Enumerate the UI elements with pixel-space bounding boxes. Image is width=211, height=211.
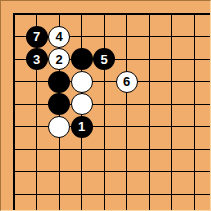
black-stone-move-1: 1 bbox=[71, 116, 93, 138]
white-stone-move-2: 2 bbox=[48, 48, 70, 70]
go-board: 7432561 bbox=[0, 0, 211, 211]
stones-grid: 7432561 bbox=[3, 3, 206, 206]
black-stone-move-5: 5 bbox=[93, 48, 115, 70]
intersection-c4-r5 bbox=[70, 93, 93, 116]
black-stone bbox=[48, 71, 70, 93]
black-stone-move-7: 7 bbox=[26, 26, 48, 48]
intersection-c5-r3: 5 bbox=[93, 48, 116, 71]
intersection-c3-r3: 2 bbox=[48, 48, 71, 71]
intersection-c4-r6: 1 bbox=[70, 115, 93, 138]
white-stone bbox=[71, 71, 93, 93]
intersection-c3-r4 bbox=[48, 70, 71, 93]
black-stone bbox=[48, 93, 70, 115]
intersection-c3-r2: 4 bbox=[48, 25, 71, 48]
white-stone-move-4: 4 bbox=[48, 26, 70, 48]
intersection-c2-r2: 7 bbox=[25, 25, 48, 48]
white-stone-move-6: 6 bbox=[116, 71, 138, 93]
black-stone-move-3: 3 bbox=[26, 48, 48, 70]
intersection-c3-r6 bbox=[48, 115, 71, 138]
intersection-c4-r4 bbox=[70, 70, 93, 93]
intersection-c3-r5 bbox=[48, 93, 71, 116]
black-stone bbox=[71, 48, 93, 70]
white-stone bbox=[48, 116, 70, 138]
intersection-c6-r4: 6 bbox=[115, 70, 138, 93]
white-stone bbox=[71, 93, 93, 115]
intersection-c4-r3 bbox=[70, 48, 93, 71]
intersection-c2-r3: 3 bbox=[25, 48, 48, 71]
